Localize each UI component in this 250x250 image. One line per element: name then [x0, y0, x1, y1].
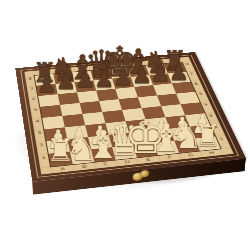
- rank-label-3: 3: [34, 129, 46, 142]
- square-d1: [112, 145, 137, 160]
- square-d3: [105, 121, 129, 135]
- rank-label-3: 3: [205, 112, 220, 124]
- square-h2: [190, 125, 215, 139]
- square-h3: [185, 113, 210, 126]
- square-e2: [129, 131, 154, 145]
- square-c2: [88, 135, 112, 149]
- file-label-d: D: [116, 158, 139, 167]
- square-g2: [170, 127, 195, 141]
- square-c1: [91, 147, 116, 162]
- square-a5: [40, 105, 62, 118]
- square-b1: [70, 149, 94, 164]
- square-g1: [174, 138, 200, 153]
- square-a3: [44, 127, 67, 141]
- square-b4: [62, 114, 85, 127]
- square-f2: [150, 129, 175, 143]
- rank-label-4: 4: [32, 118, 44, 131]
- square-c3: [85, 123, 109, 137]
- square-a2: [46, 139, 70, 154]
- brass-clasp: [133, 170, 149, 182]
- square-b5: [60, 103, 82, 116]
- square-a4: [42, 116, 65, 129]
- rank-label-1: 1: [215, 135, 231, 148]
- rank-label-2: 2: [210, 124, 225, 137]
- square-d2: [109, 133, 133, 147]
- frame-corner: [40, 167, 52, 175]
- board-frame: ABCDEFGH8877665544332211ABCDEFGH: [24, 57, 233, 175]
- square-d4: [102, 110, 125, 123]
- file-label-b: B: [73, 162, 96, 171]
- square-h1: [195, 136, 221, 150]
- square-c4: [82, 112, 105, 125]
- file-label-c: C: [94, 160, 117, 169]
- file-label-g: G: [179, 151, 202, 160]
- product-photo: ABCDEFGH8877665544332211ABCDEFGH ♜♞♝♛♚♝♞…: [0, 0, 250, 250]
- file-label-f: F: [158, 153, 181, 162]
- file-label-a: A: [51, 164, 74, 173]
- rank-label-2: 2: [36, 141, 49, 155]
- square-g3: [165, 115, 189, 128]
- rank-label-4: 4: [200, 101, 215, 113]
- square-e3: [126, 119, 150, 133]
- frame-corner: [221, 147, 234, 154]
- file-label-h: H: [200, 149, 224, 158]
- square-b2: [67, 137, 91, 151]
- square-e4: [122, 108, 146, 121]
- rank-label-1: 1: [38, 154, 51, 168]
- file-label-e: E: [137, 155, 160, 164]
- square-b3: [65, 125, 88, 139]
- square-e1: [133, 143, 158, 158]
- square-a1: [49, 152, 73, 167]
- square-f3: [146, 117, 170, 131]
- square-f1: [154, 141, 179, 156]
